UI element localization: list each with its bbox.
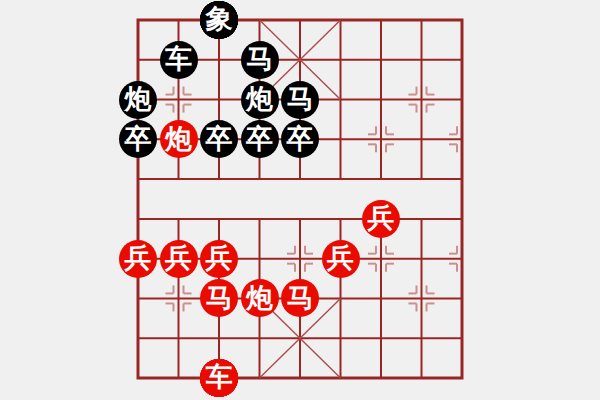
piece-black-horse[interactable]: 马 [241, 41, 279, 79]
piece-red-chariot[interactable]: 车 [200, 359, 238, 397]
piece-black-horse[interactable]: 马 [281, 81, 319, 119]
piece-black-cannon[interactable]: 炮 [241, 81, 279, 119]
piece-red-soldier[interactable]: 兵 [119, 240, 157, 278]
piece-red-horse[interactable]: 马 [281, 279, 319, 317]
piece-red-soldier[interactable]: 兵 [200, 240, 238, 278]
piece-red-cannon[interactable]: 炮 [241, 279, 279, 317]
piece-black-chariot[interactable]: 车 [160, 41, 198, 79]
piece-red-soldier[interactable]: 兵 [362, 200, 400, 238]
piece-red-cannon[interactable]: 炮 [160, 120, 198, 158]
board-intersections-grid: 象士将士象车马炮炮马卒炮卒卒卒兵兵兵兵兵马炮马相仕帅仕相车 [118, 0, 483, 398]
piece-black-soldier[interactable]: 卒 [281, 120, 319, 158]
xiangqi-board-app: 象士将士象车马炮炮马卒炮卒卒卒兵兵兵兵兵马炮马相仕帅仕相车 [0, 0, 600, 400]
piece-black-elephant[interactable]: 象 [200, 1, 238, 39]
piece-black-soldier[interactable]: 卒 [200, 120, 238, 158]
piece-red-horse[interactable]: 马 [200, 279, 238, 317]
piece-black-cannon[interactable]: 炮 [119, 81, 157, 119]
piece-red-soldier[interactable]: 兵 [322, 240, 360, 278]
piece-red-soldier[interactable]: 兵 [160, 240, 198, 278]
piece-black-soldier[interactable]: 卒 [241, 120, 279, 158]
piece-black-soldier[interactable]: 卒 [119, 120, 157, 158]
